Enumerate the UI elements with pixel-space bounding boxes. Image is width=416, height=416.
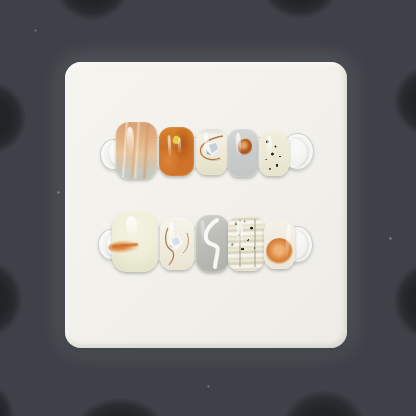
tray-dimple [0,70,38,166]
tray-dimple [248,0,352,30]
nail-amber-marble [159,127,194,176]
knit-ridges [228,216,264,271]
orange-blot [237,138,253,156]
gloss-highlight [178,138,181,155]
tray-dimple [266,376,382,416]
tray-dimple [42,0,142,32]
copper-lines-and-shell [160,217,194,270]
nail-ridged-speckle [228,216,264,271]
nail-white-shell-lines [160,217,194,270]
ridge-seam [239,219,241,266]
nail-gray-squiggle [196,215,229,272]
tray-dimple [0,248,34,350]
tray-dimple [382,250,416,352]
product-photo [0,0,416,416]
display-card [65,62,347,348]
nail-peach-marble [116,122,157,179]
white-squiggle [196,215,229,272]
orange-jelly-dip [266,238,293,267]
nail-ivory-orange-swirl [112,212,158,272]
ridge-seam [254,219,256,266]
tray-dimple [58,386,182,416]
dust-specks [0,0,1,1]
tray-dimple [382,54,416,148]
nail-gray-orange-blot [228,129,258,177]
nail-cream-shell-swirl [196,129,227,175]
tray-dimple [0,372,24,416]
nail-cream-speckle [259,132,289,176]
copper-swirl-and-shell [196,129,227,175]
nail-orange-dip [264,219,295,269]
